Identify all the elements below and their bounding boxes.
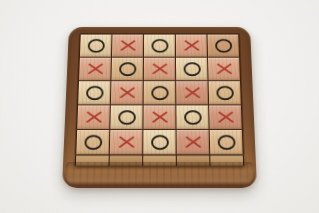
- cell-r2c5[interactable]: [208, 58, 240, 81]
- board-tray: [62, 27, 257, 188]
- x-mark-icon: [181, 38, 202, 53]
- x-mark-icon: [115, 134, 137, 150]
- x-mark-icon: [117, 38, 138, 53]
- cell-r3c1[interactable]: [78, 81, 110, 104]
- o-mark-icon: [149, 134, 171, 150]
- cell-r4c3[interactable]: [143, 105, 175, 129]
- o-mark-icon: [182, 109, 204, 125]
- o-mark-icon: [82, 134, 104, 150]
- cell-r1c3[interactable]: [144, 35, 175, 57]
- tray-front-apron: [65, 162, 254, 186]
- o-mark-icon: [149, 85, 170, 100]
- x-mark-icon: [149, 109, 170, 125]
- x-mark-icon: [182, 134, 204, 150]
- o-mark-icon: [117, 62, 138, 77]
- cell-r1c2[interactable]: [112, 35, 143, 57]
- cell-r5c3[interactable]: [143, 130, 176, 154]
- cell-r1c5[interactable]: [207, 35, 239, 57]
- cell-r3c3[interactable]: [144, 81, 176, 104]
- cell-r4c4[interactable]: [176, 105, 208, 129]
- o-mark-icon: [84, 85, 106, 100]
- o-mark-icon: [215, 134, 237, 150]
- x-mark-icon: [84, 62, 105, 77]
- cell-r2c2[interactable]: [111, 58, 143, 81]
- cell-r4c2[interactable]: [110, 105, 142, 129]
- cell-r1c1[interactable]: [80, 35, 112, 57]
- x-mark-icon: [213, 62, 234, 77]
- board-grid: [75, 34, 244, 156]
- cell-r3c2[interactable]: [111, 81, 143, 104]
- cell-r5c5[interactable]: [210, 130, 243, 154]
- cell-r1c4[interactable]: [176, 35, 207, 57]
- x-mark-icon: [149, 62, 170, 77]
- cell-r3c5[interactable]: [209, 81, 241, 104]
- cell-r5c4[interactable]: [177, 130, 210, 154]
- cell-r3c4[interactable]: [176, 81, 208, 104]
- o-mark-icon: [116, 109, 138, 125]
- cell-r4c5[interactable]: [209, 105, 242, 129]
- x-mark-icon: [116, 85, 137, 100]
- o-mark-icon: [85, 38, 106, 53]
- cell-r5c2[interactable]: [110, 130, 143, 154]
- o-mark-icon: [149, 38, 170, 53]
- cell-r2c3[interactable]: [144, 58, 175, 81]
- x-mark-icon: [215, 109, 237, 125]
- o-mark-icon: [213, 38, 234, 53]
- x-mark-icon: [83, 109, 105, 125]
- cell-r2c4[interactable]: [176, 58, 208, 81]
- photo-scene: [0, 0, 319, 213]
- cell-r5c1[interactable]: [76, 130, 109, 154]
- x-mark-icon: [181, 85, 202, 100]
- cell-r4c1[interactable]: [77, 105, 110, 129]
- o-mark-icon: [214, 85, 236, 100]
- o-mark-icon: [181, 62, 202, 77]
- cell-r2c1[interactable]: [79, 58, 111, 81]
